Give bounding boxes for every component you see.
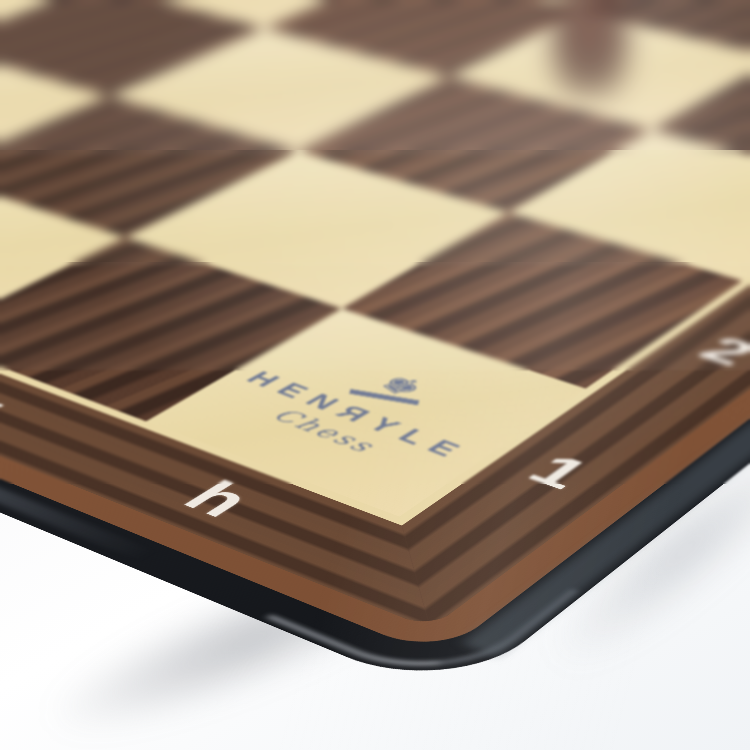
scene: abcdefgh 87654321 ♚ HENЯYLE Chess [0,0,750,750]
chess-board: abcdefgh 87654321 ♚ HENЯYLE Chess [0,0,750,700]
board-photo: abcdefgh 87654321 ♚ HENЯYLE Chess [0,0,750,750]
